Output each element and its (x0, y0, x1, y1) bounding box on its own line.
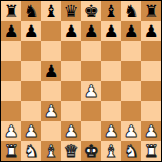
square-g8[interactable]: ♞ (121, 1, 141, 21)
black-pawn[interactable]: ♟ (43, 63, 58, 80)
square-a6[interactable] (1, 41, 21, 61)
square-g5[interactable] (121, 61, 141, 81)
square-b1[interactable]: ♞ (21, 141, 41, 161)
square-e5[interactable] (81, 61, 101, 81)
white-knight[interactable]: ♞ (23, 143, 38, 160)
white-pawn[interactable]: ♟ (63, 123, 78, 140)
square-b3[interactable] (21, 101, 41, 121)
square-e3[interactable] (81, 101, 101, 121)
black-pawn[interactable]: ♟ (3, 23, 18, 40)
square-e1[interactable]: ♚ (81, 141, 101, 161)
square-f1[interactable]: ♝ (101, 141, 121, 161)
white-pawn[interactable]: ♟ (143, 123, 158, 140)
square-b4[interactable] (21, 81, 41, 101)
square-e7[interactable]: ♟ (81, 21, 101, 41)
square-f7[interactable]: ♟ (101, 21, 121, 41)
black-pawn[interactable]: ♟ (23, 23, 38, 40)
square-d4[interactable] (61, 81, 81, 101)
square-g4[interactable] (121, 81, 141, 101)
white-pawn[interactable]: ♟ (43, 103, 58, 120)
square-d1[interactable]: ♛ (61, 141, 81, 161)
square-d6[interactable] (61, 41, 81, 61)
square-d7[interactable]: ♟ (61, 21, 81, 41)
square-c5[interactable]: ♟ (41, 61, 61, 81)
black-pawn[interactable]: ♟ (143, 23, 158, 40)
square-h7[interactable]: ♟ (141, 21, 161, 41)
square-a7[interactable]: ♟ (1, 21, 21, 41)
square-a5[interactable] (1, 61, 21, 81)
square-h1[interactable]: ♜ (141, 141, 161, 161)
black-pawn[interactable]: ♟ (63, 23, 78, 40)
white-pawn[interactable]: ♟ (3, 123, 18, 140)
square-f4[interactable] (101, 81, 121, 101)
square-h3[interactable] (141, 101, 161, 121)
square-d5[interactable] (61, 61, 81, 81)
square-b5[interactable] (21, 61, 41, 81)
square-f8[interactable]: ♝ (101, 1, 121, 21)
square-g7[interactable]: ♟ (121, 21, 141, 41)
white-pawn[interactable]: ♟ (23, 123, 38, 140)
square-c1[interactable]: ♝ (41, 141, 61, 161)
white-bishop[interactable]: ♝ (43, 143, 58, 160)
black-pawn[interactable]: ♟ (123, 23, 138, 40)
black-knight[interactable]: ♞ (23, 3, 38, 20)
white-bishop[interactable]: ♝ (103, 143, 118, 160)
square-b8[interactable]: ♞ (21, 1, 41, 21)
square-f3[interactable] (101, 101, 121, 121)
black-queen[interactable]: ♛ (63, 3, 78, 20)
square-a2[interactable]: ♟ (1, 121, 21, 141)
white-knight[interactable]: ♞ (123, 143, 138, 160)
black-bishop[interactable]: ♝ (103, 3, 118, 20)
white-king[interactable]: ♚ (83, 143, 98, 160)
square-d2[interactable]: ♟ (61, 121, 81, 141)
square-c7[interactable] (41, 21, 61, 41)
white-queen[interactable]: ♛ (63, 143, 78, 160)
square-g1[interactable]: ♞ (121, 141, 141, 161)
square-h5[interactable] (141, 61, 161, 81)
square-c6[interactable] (41, 41, 61, 61)
square-g3[interactable] (121, 101, 141, 121)
square-h4[interactable] (141, 81, 161, 101)
black-knight[interactable]: ♞ (123, 3, 138, 20)
black-bishop[interactable]: ♝ (43, 3, 58, 20)
square-e2[interactable] (81, 121, 101, 141)
white-pawn[interactable]: ♟ (83, 83, 98, 100)
square-d8[interactable]: ♛ (61, 1, 81, 21)
square-h8[interactable]: ♜ (141, 1, 161, 21)
square-f5[interactable] (101, 61, 121, 81)
square-a4[interactable] (1, 81, 21, 101)
square-a3[interactable] (1, 101, 21, 121)
square-c8[interactable]: ♝ (41, 1, 61, 21)
square-c3[interactable]: ♟ (41, 101, 61, 121)
square-g6[interactable] (121, 41, 141, 61)
square-b2[interactable]: ♟ (21, 121, 41, 141)
square-a8[interactable]: ♜ (1, 1, 21, 21)
square-b6[interactable] (21, 41, 41, 61)
white-rook[interactable]: ♜ (3, 143, 18, 160)
black-rook[interactable]: ♜ (3, 3, 18, 20)
black-pawn[interactable]: ♟ (103, 23, 118, 40)
black-pawn[interactable]: ♟ (83, 23, 98, 40)
square-e6[interactable] (81, 41, 101, 61)
chess-board: ♜♞♝♛♚♝♞♜♟♟♟♟♟♟♟♟♟♟♟♟♟♟♟♟♜♞♝♛♚♝♞♜ (0, 0, 162, 162)
square-h2[interactable]: ♟ (141, 121, 161, 141)
square-a1[interactable]: ♜ (1, 141, 21, 161)
white-pawn[interactable]: ♟ (103, 123, 118, 140)
square-e8[interactable]: ♚ (81, 1, 101, 21)
square-d3[interactable] (61, 101, 81, 121)
square-f6[interactable] (101, 41, 121, 61)
white-pawn[interactable]: ♟ (123, 123, 138, 140)
square-e4[interactable]: ♟ (81, 81, 101, 101)
square-b7[interactable]: ♟ (21, 21, 41, 41)
square-g2[interactable]: ♟ (121, 121, 141, 141)
square-f2[interactable]: ♟ (101, 121, 121, 141)
square-c2[interactable] (41, 121, 61, 141)
black-king[interactable]: ♚ (83, 3, 98, 20)
square-h6[interactable] (141, 41, 161, 61)
white-rook[interactable]: ♜ (143, 143, 158, 160)
square-c4[interactable] (41, 81, 61, 101)
black-rook[interactable]: ♜ (143, 3, 158, 20)
